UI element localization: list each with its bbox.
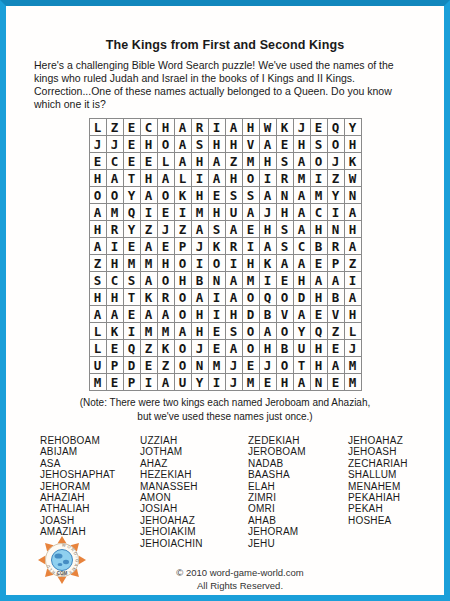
grid-cell-r16c14: N <box>311 374 328 391</box>
grid-cell-r8c2: I <box>107 238 124 255</box>
grid-cell-r2c10: V <box>243 136 260 153</box>
word-josiah: JOSIAH <box>140 503 248 514</box>
grid-cell-r3c5: L <box>158 153 175 170</box>
word-athaliah: ATHALIAH <box>40 503 140 514</box>
grid-cell-r6c2: M <box>107 204 124 221</box>
grid-cell-r6c9: U <box>226 204 243 221</box>
grid-cell-r11c7: A <box>192 289 209 306</box>
grid-cell-r8c1: A <box>90 238 107 255</box>
grid-cell-r1c8: I <box>209 119 226 136</box>
grid-cell-r15c13: T <box>294 357 311 374</box>
grid-cell-r13c8: E <box>209 323 226 340</box>
grid-cell-r9c6: O <box>175 255 192 272</box>
grid-cell-r15c8: M <box>209 357 226 374</box>
grid-cell-r13c6: A <box>175 323 192 340</box>
grid-cell-r11c14: H <box>311 289 328 306</box>
grid-cell-r8c9: R <box>226 238 243 255</box>
grid-cell-r10c8: N <box>209 272 226 289</box>
grid-cell-r12c9: H <box>226 306 243 323</box>
grid-cell-r10c9: A <box>226 272 243 289</box>
grid-cell-r2c3: E <box>124 136 141 153</box>
grid-cell-r15c6: O <box>175 357 192 374</box>
grid-cell-r14c8: E <box>209 340 226 357</box>
grid-cell-r6c6: I <box>175 204 192 221</box>
word-jehoiachin: JEHOIACHIN <box>140 538 248 549</box>
grid-cell-r2c13: H <box>294 136 311 153</box>
grid-cell-r15c16: M <box>345 357 362 374</box>
grid-cell-r3c2: C <box>107 153 124 170</box>
word-menahem: MENAHEM <box>348 481 408 492</box>
word-joash: JOASH <box>40 515 140 526</box>
word-list-column-4: JEHOAHAZJEHOASHZECHARIAHSHALLUMMENAHEMPE… <box>348 435 408 549</box>
grid-cell-r11c6: O <box>175 289 192 306</box>
grid-cell-r5c5: O <box>158 187 175 204</box>
grid-cell-r15c4: E <box>141 357 158 374</box>
grid-cell-r10c13: H <box>294 272 311 289</box>
grid-cell-r10c2: C <box>107 272 124 289</box>
grid-cell-r12c13: A <box>294 306 311 323</box>
grid-cell-r7c13: A <box>294 221 311 238</box>
grid-cell-r16c9: J <box>226 374 243 391</box>
grid-cell-r9c12: A <box>277 255 294 272</box>
word-list-column-3: ZEDEKIAHJEROBOAMNADABBAASHAELAHZIMRIOMRI… <box>248 435 348 549</box>
grid-cell-r6c1: A <box>90 204 107 221</box>
grid-cell-r11c16: A <box>345 289 362 306</box>
grid-cell-r4c6: L <box>175 170 192 187</box>
grid-cell-r7c14: H <box>311 221 328 238</box>
grid-cell-r13c16: L <box>345 323 362 340</box>
grid-cell-r12c4: A <box>141 306 158 323</box>
grid-cell-r13c4: M <box>141 323 158 340</box>
grid-cell-r9c9: I <box>226 255 243 272</box>
word-search-grid: LZECHARIAHWKJEQYJJEHOASHHVAEHSOHECEELAHA… <box>89 118 362 391</box>
grid-cell-r5c15: Y <box>328 187 345 204</box>
grid-cell-r10c15: A <box>328 272 345 289</box>
grid-cell-r11c13: D <box>294 289 311 306</box>
note-line1: (Note: There were two kings each named J… <box>80 397 371 408</box>
grid-cell-r15c7: N <box>192 357 209 374</box>
grid-cell-r7c6: Z <box>175 221 192 238</box>
word-ahaz: AHAZ <box>140 458 248 469</box>
grid-cell-r6c8: H <box>209 204 226 221</box>
grid-cell-r4c13: M <box>294 170 311 187</box>
grid-cell-r2c5: O <box>158 136 175 153</box>
grid-cell-r3c13: A <box>294 153 311 170</box>
grid-cell-r11c4: K <box>141 289 158 306</box>
grid-cell-r14c1: L <box>90 340 107 357</box>
word-uzziah: UZZIAH <box>140 435 248 446</box>
grid-cell-r6c13: A <box>294 204 311 221</box>
grid-cell-r14c6: O <box>175 340 192 357</box>
grid-cell-r16c3: P <box>124 374 141 391</box>
grid-cell-r5c16: N <box>345 187 362 204</box>
grid-cell-r5c7: H <box>192 187 209 204</box>
word-list: REHOBOAMABIJAMASAJEHOSHAPHATJEHORAMAHAZI… <box>40 435 444 549</box>
grid-cell-r15c10: E <box>243 357 260 374</box>
grid-cell-r5c11: A <box>260 187 277 204</box>
grid-cell-r10c14: A <box>311 272 328 289</box>
grid-cell-r16c11: E <box>260 374 277 391</box>
word-jehoash: JEHOASH <box>348 446 408 457</box>
grid-cell-r2c1: J <box>90 136 107 153</box>
grid-cell-r15c15: A <box>328 357 345 374</box>
grid-cell-r12c10: D <box>243 306 260 323</box>
grid-cell-r13c11: A <box>260 323 277 340</box>
grid-cell-r2c14: S <box>311 136 328 153</box>
grid-cell-r5c2: O <box>107 187 124 204</box>
word-hezekiah: HEZEKIAH <box>140 469 248 480</box>
word-manasseh: MANASSEH <box>140 481 248 492</box>
grid-cell-r16c7: Y <box>192 374 209 391</box>
grid-cell-r2c2: J <box>107 136 124 153</box>
grid-cell-r3c3: E <box>124 153 141 170</box>
grid-cell-r6c14: C <box>311 204 328 221</box>
grid-cell-r10c6: H <box>175 272 192 289</box>
grid-cell-r1c2: Z <box>107 119 124 136</box>
grid-cell-r6c7: M <box>192 204 209 221</box>
grid-cell-r7c15: N <box>328 221 345 238</box>
word-shallum: SHALLUM <box>348 469 408 480</box>
grid-cell-r13c13: Y <box>294 323 311 340</box>
grid-cell-r7c11: H <box>260 221 277 238</box>
grid-cell-r10c5: O <box>158 272 175 289</box>
grid-cell-r15c5: Z <box>158 357 175 374</box>
grid-cell-r4c7: I <box>192 170 209 187</box>
grid-cell-r9c4: M <box>141 255 158 272</box>
grid-cell-r12c2: A <box>107 306 124 323</box>
note-line2: but we've used these names just once.) <box>137 411 312 422</box>
grid-cell-r2c9: H <box>226 136 243 153</box>
grid-cell-r1c10: H <box>243 119 260 136</box>
grid-cell-r15c9: J <box>226 357 243 374</box>
grid-cell-r9c11: K <box>260 255 277 272</box>
grid-cell-r1c1: L <box>90 119 107 136</box>
grid-cell-r4c8: A <box>209 170 226 187</box>
grid-cell-r5c8: E <box>209 187 226 204</box>
grid-cell-r11c15: B <box>328 289 345 306</box>
word-elah: ELAH <box>248 481 348 492</box>
grid-cell-r12c1: A <box>90 306 107 323</box>
grid-cell-r9c13: A <box>294 255 311 272</box>
grid-cell-r1c11: W <box>260 119 277 136</box>
grid-cell-r6c3: Q <box>124 204 141 221</box>
rights-text: All Rights Reserved. <box>21 579 450 592</box>
grid-cell-r4c5: A <box>158 170 175 187</box>
word-jehoram: JEHORAM <box>248 526 348 537</box>
grid-cell-r10c3: S <box>124 272 141 289</box>
grid-cell-r13c5: M <box>158 323 175 340</box>
word-hoshea: HOSHEA <box>348 515 408 526</box>
grid-cell-r12c3: E <box>124 306 141 323</box>
grid-cell-r2c11: A <box>260 136 277 153</box>
word-ahab: AHAB <box>248 515 348 526</box>
grid-cell-r2c16: H <box>345 136 362 153</box>
grid-cell-r6c10: A <box>243 204 260 221</box>
word-pekah: PEKAH <box>348 503 408 514</box>
page: The Kings from First and Second Kings He… <box>0 0 450 601</box>
grid-cell-r14c11: H <box>260 340 277 357</box>
grid-cell-r14c12: B <box>277 340 294 357</box>
grid-cell-r8c15: R <box>328 238 345 255</box>
grid-cell-r10c1: S <box>90 272 107 289</box>
grid-cell-r4c3: T <box>124 170 141 187</box>
grid-cell-r9c3: M <box>124 255 141 272</box>
grid-cell-r3c7: H <box>192 153 209 170</box>
grid-cell-r16c5: A <box>158 374 175 391</box>
note-text: (Note: There were two kings each named J… <box>6 396 444 424</box>
copyright-text: © 2010 word-game-world.com <box>21 566 450 579</box>
grid-cell-r4c9: H <box>226 170 243 187</box>
grid-cell-r12c8: I <box>209 306 226 323</box>
grid-cell-r2c15: O <box>328 136 345 153</box>
grid-cell-r16c10: M <box>243 374 260 391</box>
grid-cell-r12c7: H <box>192 306 209 323</box>
grid-cell-r10c4: A <box>141 272 158 289</box>
grid-cell-r1c6: A <box>175 119 192 136</box>
word-amon: AMON <box>140 492 248 503</box>
grid-cell-r7c5: J <box>158 221 175 238</box>
grid-cell-r5c14: M <box>311 187 328 204</box>
grid-cell-r3c11: H <box>260 153 277 170</box>
grid-cell-r12c6: O <box>175 306 192 323</box>
word-asa: ASA <box>40 458 140 469</box>
grid-cell-r11c11: Q <box>260 289 277 306</box>
grid-cell-r15c12: O <box>277 357 294 374</box>
grid-cell-r6c11: J <box>260 204 277 221</box>
grid-cell-r8c14: B <box>311 238 328 255</box>
grid-cell-r7c7: A <box>192 221 209 238</box>
grid-cell-r4c12: R <box>277 170 294 187</box>
grid-cell-r5c1: O <box>90 187 107 204</box>
grid-cell-r16c8: I <box>209 374 226 391</box>
grid-cell-r3c15: J <box>328 153 345 170</box>
word-zedekiah: ZEDEKIAH <box>248 435 348 446</box>
grid-cell-r6c5: E <box>158 204 175 221</box>
grid-cell-r7c4: Z <box>141 221 158 238</box>
word-abijam: ABIJAM <box>40 446 140 457</box>
grid-cell-r10c12: E <box>277 272 294 289</box>
word-ahaziah: AHAZIAH <box>40 492 140 503</box>
grid-cell-r16c6: U <box>175 374 192 391</box>
grid-cell-r8c11: A <box>260 238 277 255</box>
grid-cell-r14c15: E <box>328 340 345 357</box>
grid-cell-r15c14: H <box>311 357 328 374</box>
grid-cell-r7c12: S <box>277 221 294 238</box>
grid-cell-r14c16: J <box>345 340 362 357</box>
word-nadab: NADAB <box>248 458 348 469</box>
grid-cell-r10c10: M <box>243 272 260 289</box>
grid-cell-r6c12: H <box>277 204 294 221</box>
grid-cell-r16c12: H <box>277 374 294 391</box>
grid-cell-r9c5: H <box>158 255 175 272</box>
grid-cell-r14c14: H <box>311 340 328 357</box>
page-title: The Kings from First and Second Kings <box>6 38 444 52</box>
grid-cell-r12c16: H <box>345 306 362 323</box>
grid-cell-r7c8: S <box>209 221 226 238</box>
grid-cell-r5c12: N <box>277 187 294 204</box>
grid-cell-r1c13: J <box>294 119 311 136</box>
word-zimri: ZIMRI <box>248 492 348 503</box>
grid-cell-r16c2: E <box>107 374 124 391</box>
grid-cell-r8c3: E <box>124 238 141 255</box>
word-omri: OMRI <box>248 503 348 514</box>
grid-cell-r9c14: E <box>311 255 328 272</box>
grid-cell-r11c5: R <box>158 289 175 306</box>
grid-cell-r4c16: W <box>345 170 362 187</box>
grid-cell-r7c3: Y <box>124 221 141 238</box>
grid-cell-r11c3: T <box>124 289 141 306</box>
grid-cell-r14c10: O <box>243 340 260 357</box>
word-zechariah: ZECHARIAH <box>348 458 408 469</box>
grid-cell-r5c3: Y <box>124 187 141 204</box>
grid-cell-r13c12: O <box>277 323 294 340</box>
grid-cell-r2c8: H <box>209 136 226 153</box>
grid-cell-r7c2: R <box>107 221 124 238</box>
grid-cell-r14c5: K <box>158 340 175 357</box>
grid-cell-r16c4: I <box>141 374 158 391</box>
grid-cell-r3c10: M <box>243 153 260 170</box>
grid-cell-r1c9: A <box>226 119 243 136</box>
grid-cell-r9c1: Z <box>90 255 107 272</box>
grid-cell-r7c16: H <box>345 221 362 238</box>
grid-cell-r5c10: S <box>243 187 260 204</box>
grid-cell-r14c7: J <box>192 340 209 357</box>
grid-cell-r8c16: A <box>345 238 362 255</box>
grid-cell-r8c8: K <box>209 238 226 255</box>
grid-cell-r2c12: E <box>277 136 294 153</box>
grid-cell-r3c9: Z <box>226 153 243 170</box>
grid-cell-r11c9: A <box>226 289 243 306</box>
grid-cell-r2c7: S <box>192 136 209 153</box>
grid-cell-r12c5: A <box>158 306 175 323</box>
grid-cell-r6c15: I <box>328 204 345 221</box>
grid-cell-r13c14: Q <box>311 323 328 340</box>
word-baasha: BAASHA <box>248 469 348 480</box>
grid-cell-r3c14: O <box>311 153 328 170</box>
grid-cell-r16c16: M <box>345 374 362 391</box>
grid-cell-r13c1: L <box>90 323 107 340</box>
word-jehoahaz: JEHOAHAZ <box>348 435 408 446</box>
grid-cell-r16c15: E <box>328 374 345 391</box>
grid-cell-r11c2: H <box>107 289 124 306</box>
grid-cell-r4c2: A <box>107 170 124 187</box>
grid-cell-r15c3: D <box>124 357 141 374</box>
grid-cell-r4c14: I <box>311 170 328 187</box>
grid-cell-r15c11: J <box>260 357 277 374</box>
grid-cell-r13c15: Z <box>328 323 345 340</box>
grid-cell-r5c13: A <box>294 187 311 204</box>
grid-cell-r13c3: I <box>124 323 141 340</box>
grid-cell-r12c14: E <box>311 306 328 323</box>
word-jehoshaphat: JEHOSHAPHAT <box>40 469 140 480</box>
grid-cell-r14c2: E <box>107 340 124 357</box>
grid-cell-r9c10: H <box>243 255 260 272</box>
grid-cell-r10c7: B <box>192 272 209 289</box>
grid-cell-r16c13: A <box>294 374 311 391</box>
grid-cell-r5c9: S <box>226 187 243 204</box>
grid-cell-r2c4: H <box>141 136 158 153</box>
grid-cell-r15c2: P <box>107 357 124 374</box>
grid-cell-r6c16: A <box>345 204 362 221</box>
grid-cell-r14c3: Q <box>124 340 141 357</box>
grid-cell-r8c5: E <box>158 238 175 255</box>
grid-cell-r16c1: M <box>90 374 107 391</box>
word-jehu: JEHU <box>248 538 348 549</box>
grid-cell-r13c2: K <box>107 323 124 340</box>
grid-cell-r1c15: Q <box>328 119 345 136</box>
grid-cell-r11c8: I <box>209 289 226 306</box>
grid-cell-r14c13: U <box>294 340 311 357</box>
grid-cell-r13c9: S <box>226 323 243 340</box>
grid-cell-r12c15: V <box>328 306 345 323</box>
word-jotham: JOTHAM <box>140 446 248 457</box>
word-list-column-2: UZZIAHJOTHAMAHAZHEZEKIAHMANASSEHAMONJOSI… <box>140 435 248 549</box>
grid-cell-r12c11: B <box>260 306 277 323</box>
grid-cell-r8c6: P <box>175 238 192 255</box>
grid-cell-r1c12: K <box>277 119 294 136</box>
intro-text: Here's a challenging Bible Word Search p… <box>34 59 416 111</box>
word-jehoram: JEHORAM <box>40 481 140 492</box>
grid-cell-r9c15: P <box>328 255 345 272</box>
grid-cell-r5c4: A <box>141 187 158 204</box>
grid-cell-r11c10: O <box>243 289 260 306</box>
word-rehoboam: REHOBOAM <box>40 435 140 446</box>
grid-cell-r9c2: H <box>107 255 124 272</box>
word-jehoahaz: JEHOAHAZ <box>140 515 248 526</box>
grid-cell-r6c4: I <box>141 204 158 221</box>
grid-cell-r9c8: O <box>209 255 226 272</box>
grid-cell-r14c4: Z <box>141 340 158 357</box>
grid-cell-r8c10: I <box>243 238 260 255</box>
grid-cell-r1c14: E <box>311 119 328 136</box>
grid-cell-r9c16: Z <box>345 255 362 272</box>
grid-cell-r8c12: S <box>277 238 294 255</box>
grid-cell-r4c11: I <box>260 170 277 187</box>
grid-cell-r9c7: I <box>192 255 209 272</box>
grid-cell-r7c1: H <box>90 221 107 238</box>
grid-cell-r1c7: R <box>192 119 209 136</box>
grid-cell-r12c12: V <box>277 306 294 323</box>
grid-cell-r13c10: O <box>243 323 260 340</box>
grid-cell-r4c15: Z <box>328 170 345 187</box>
grid-cell-r3c1: E <box>90 153 107 170</box>
grid-cell-r8c13: C <box>294 238 311 255</box>
grid-cell-r13c7: H <box>192 323 209 340</box>
grid-cell-r7c10: E <box>243 221 260 238</box>
word-jeroboam: JEROBOAM <box>248 446 348 457</box>
word-pekahiah: PEKAHIAH <box>348 492 408 503</box>
grid-cell-r8c4: A <box>141 238 158 255</box>
grid-cell-r8c7: J <box>192 238 209 255</box>
grid-cell-r3c4: E <box>141 153 158 170</box>
grid-cell-r4c10: O <box>243 170 260 187</box>
grid-cell-r10c16: I <box>345 272 362 289</box>
grid-cell-r2c6: A <box>175 136 192 153</box>
grid-cell-r14c9: A <box>226 340 243 357</box>
grid-cell-r7c9: A <box>226 221 243 238</box>
grid-cell-r3c16: K <box>345 153 362 170</box>
grid-cell-r1c4: C <box>141 119 158 136</box>
grid-cell-r3c12: S <box>277 153 294 170</box>
grid-cell-r3c6: A <box>175 153 192 170</box>
grid-cell-r1c16: Y <box>345 119 362 136</box>
grid-cell-r1c3: E <box>124 119 141 136</box>
grid-cell-r1c5: H <box>158 119 175 136</box>
grid-cell-r4c4: H <box>141 170 158 187</box>
grid-cell-r11c12: O <box>277 289 294 306</box>
grid-cell-r11c1: H <box>90 289 107 306</box>
word-jehoiakim: JEHOIAKIM <box>140 526 248 537</box>
